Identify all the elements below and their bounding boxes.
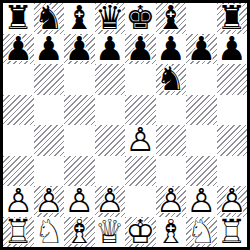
square-b6[interactable] xyxy=(34,64,65,95)
square-e6[interactable] xyxy=(125,64,156,95)
black-pawn-icon: ♟ xyxy=(217,31,247,64)
square-e7[interactable]: ♟ xyxy=(125,34,156,65)
chess-board: ♜♞♝♛♚♝♜♟♟♟♟♟♟♟♟♞♟♙♟♙♟♙♟♙♟♙♟♙♟♙♟♙♜♖♞♘♝♗♛♕… xyxy=(0,0,250,250)
piece-black-pawn: ♟ xyxy=(186,34,217,65)
square-b1[interactable]: ♞♘ xyxy=(34,217,65,248)
square-h4[interactable] xyxy=(217,125,248,156)
square-g4[interactable] xyxy=(186,125,217,156)
square-h6[interactable] xyxy=(217,64,248,95)
square-b5[interactable] xyxy=(34,95,65,126)
black-pawn-icon: ♟ xyxy=(95,31,125,64)
white-rook-icon: ♖ xyxy=(217,214,247,247)
piece-black-pawn: ♟ xyxy=(125,34,156,65)
black-knight-icon: ♞ xyxy=(156,62,186,95)
square-c7[interactable]: ♟ xyxy=(64,34,95,65)
square-f1[interactable]: ♝♗ xyxy=(156,217,187,248)
square-c5[interactable] xyxy=(64,95,95,126)
piece-white-rook: ♜♖ xyxy=(3,217,34,248)
piece-white-bishop: ♝♗ xyxy=(64,217,95,248)
white-bishop-icon: ♗ xyxy=(64,214,94,247)
piece-black-pawn: ♟ xyxy=(34,34,65,65)
white-queen-icon: ♕ xyxy=(95,214,125,247)
white-rook-icon: ♖ xyxy=(3,214,33,247)
square-f4[interactable] xyxy=(156,125,187,156)
square-a7[interactable]: ♟ xyxy=(3,34,34,65)
black-pawn-icon: ♟ xyxy=(125,31,155,64)
piece-white-bishop: ♝♗ xyxy=(156,217,187,248)
square-g6[interactable] xyxy=(186,64,217,95)
piece-white-knight: ♞♘ xyxy=(186,217,217,248)
piece-black-pawn: ♟ xyxy=(95,34,126,65)
square-g5[interactable] xyxy=(186,95,217,126)
square-b4[interactable] xyxy=(34,125,65,156)
square-a4[interactable] xyxy=(3,125,34,156)
piece-black-pawn: ♟ xyxy=(64,34,95,65)
square-a6[interactable] xyxy=(3,64,34,95)
square-g7[interactable]: ♟ xyxy=(186,34,217,65)
piece-white-pawn: ♟♙ xyxy=(125,125,156,156)
square-d7[interactable]: ♟ xyxy=(95,34,126,65)
white-knight-icon: ♘ xyxy=(186,214,216,247)
piece-black-pawn: ♟ xyxy=(3,34,34,65)
square-a1[interactable]: ♜♖ xyxy=(3,217,34,248)
piece-white-king: ♚♔ xyxy=(125,217,156,248)
square-a5[interactable] xyxy=(3,95,34,126)
square-h1[interactable]: ♜♖ xyxy=(217,217,248,248)
white-king-icon: ♔ xyxy=(125,214,155,247)
black-pawn-icon: ♟ xyxy=(64,31,94,64)
square-f6[interactable]: ♞ xyxy=(156,64,187,95)
chess-diagram: ♜♞♝♛♚♝♜♟♟♟♟♟♟♟♟♞♟♙♟♙♟♙♟♙♟♙♟♙♟♙♟♙♜♖♞♘♝♗♛♕… xyxy=(0,0,250,250)
square-d5[interactable] xyxy=(95,95,126,126)
square-d1[interactable]: ♛♕ xyxy=(95,217,126,248)
black-pawn-icon: ♟ xyxy=(34,31,64,64)
piece-white-knight: ♞♘ xyxy=(34,217,65,248)
white-bishop-icon: ♗ xyxy=(156,214,186,247)
square-d4[interactable] xyxy=(95,125,126,156)
black-pawn-icon: ♟ xyxy=(186,31,216,64)
square-b7[interactable]: ♟ xyxy=(34,34,65,65)
square-e1[interactable]: ♚♔ xyxy=(125,217,156,248)
square-c4[interactable] xyxy=(64,125,95,156)
square-e3[interactable] xyxy=(125,156,156,187)
square-h5[interactable] xyxy=(217,95,248,126)
white-pawn-icon: ♙ xyxy=(125,123,155,156)
black-pawn-icon: ♟ xyxy=(3,31,33,64)
white-knight-icon: ♘ xyxy=(34,214,64,247)
square-e4[interactable]: ♟♙ xyxy=(125,125,156,156)
square-h7[interactable]: ♟ xyxy=(217,34,248,65)
piece-black-pawn: ♟ xyxy=(217,34,248,65)
square-d6[interactable] xyxy=(95,64,126,95)
square-c1[interactable]: ♝♗ xyxy=(64,217,95,248)
piece-white-queen: ♛♕ xyxy=(95,217,126,248)
square-g1[interactable]: ♞♘ xyxy=(186,217,217,248)
piece-black-knight: ♞ xyxy=(156,64,187,95)
square-f5[interactable] xyxy=(156,95,187,126)
square-c6[interactable] xyxy=(64,64,95,95)
piece-white-rook: ♜♖ xyxy=(217,217,248,248)
